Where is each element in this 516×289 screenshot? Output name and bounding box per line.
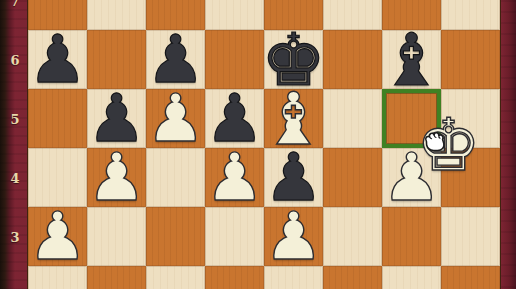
square-b7[interactable] bbox=[87, 0, 146, 30]
piece-b4-white-pawn[interactable]: ♟ bbox=[87, 145, 146, 211]
square-b4[interactable]: ♟ bbox=[87, 148, 146, 207]
grab-hand-cursor-icon bbox=[420, 126, 449, 155]
board-frame-left bbox=[0, 0, 28, 289]
piece-c5-white-pawn[interactable]: ♟ bbox=[146, 86, 205, 152]
square-d7[interactable] bbox=[205, 0, 264, 30]
square-a2[interactable] bbox=[28, 266, 87, 289]
square-d4[interactable]: ♟ bbox=[205, 148, 264, 207]
square-e3[interactable]: ♟ bbox=[264, 207, 323, 266]
square-g2[interactable] bbox=[382, 266, 441, 289]
square-b3[interactable] bbox=[87, 207, 146, 266]
piece-g6-black-bishop[interactable]: ♝ bbox=[379, 24, 444, 96]
square-f7[interactable] bbox=[323, 0, 382, 30]
square-d3[interactable] bbox=[205, 207, 264, 266]
square-f3[interactable] bbox=[323, 207, 382, 266]
chess-board-screenshot: ♟♟♚♝♟♟♟♝♟♟♟♟♟♟ ♚ 76543 bbox=[0, 0, 516, 289]
square-h6[interactable] bbox=[441, 30, 500, 89]
rank-label-4: 4 bbox=[5, 170, 25, 185]
square-f5[interactable] bbox=[323, 89, 382, 148]
rank-label-3: 3 bbox=[5, 229, 25, 244]
rank-label-7: 7 bbox=[5, 0, 25, 8]
square-e2[interactable] bbox=[264, 266, 323, 289]
square-b2[interactable] bbox=[87, 266, 146, 289]
square-a3[interactable]: ♟ bbox=[28, 207, 87, 266]
square-h2[interactable] bbox=[441, 266, 500, 289]
rank-label-6: 6 bbox=[5, 52, 25, 67]
square-h7[interactable] bbox=[441, 0, 500, 30]
square-c3[interactable] bbox=[146, 207, 205, 266]
board-frame-right bbox=[500, 0, 516, 289]
square-g6[interactable]: ♝ bbox=[382, 30, 441, 89]
piece-a3-white-pawn[interactable]: ♟ bbox=[28, 204, 87, 270]
square-d2[interactable] bbox=[205, 266, 264, 289]
square-g3[interactable] bbox=[382, 207, 441, 266]
square-f2[interactable] bbox=[323, 266, 382, 289]
square-h3[interactable] bbox=[441, 207, 500, 266]
rank-label-5: 5 bbox=[5, 111, 25, 126]
square-f6[interactable] bbox=[323, 30, 382, 89]
piece-e3-white-pawn[interactable]: ♟ bbox=[264, 204, 323, 270]
square-c4[interactable] bbox=[146, 148, 205, 207]
square-f4[interactable] bbox=[323, 148, 382, 207]
square-c2[interactable] bbox=[146, 266, 205, 289]
square-a6[interactable]: ♟ bbox=[28, 30, 87, 89]
piece-d4-white-pawn[interactable]: ♟ bbox=[205, 145, 264, 211]
piece-a6-black-pawn[interactable]: ♟ bbox=[28, 27, 87, 93]
square-a5[interactable] bbox=[28, 89, 87, 148]
square-c5[interactable]: ♟ bbox=[146, 89, 205, 148]
